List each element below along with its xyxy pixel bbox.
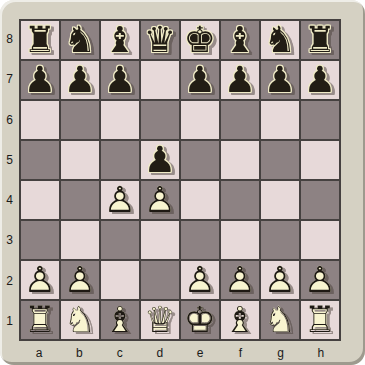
square-c3[interactable] xyxy=(101,221,139,259)
piece-white-rook-a1[interactable]: ♜♖ xyxy=(21,301,59,339)
file-label-f: f xyxy=(220,341,260,365)
rank-label-7: 7 xyxy=(0,59,19,99)
piece-black-rook-h8[interactable]: ♜ xyxy=(301,21,339,59)
square-f4[interactable] xyxy=(221,181,259,219)
rank-label-5: 5 xyxy=(0,140,19,180)
white-piece-outline: ♙ xyxy=(141,181,179,219)
white-piece-outline: ♙ xyxy=(21,261,59,299)
square-h5[interactable] xyxy=(301,141,339,179)
piece-black-pawn-h7[interactable]: ♟ xyxy=(301,61,339,99)
square-a5[interactable] xyxy=(21,141,59,179)
square-g8[interactable]: ♞ xyxy=(261,21,299,59)
piece-black-pawn-g7[interactable]: ♟ xyxy=(261,61,299,99)
square-g4[interactable] xyxy=(261,181,299,219)
square-c7[interactable]: ♟ xyxy=(101,61,139,99)
square-f2[interactable]: ♟♙ xyxy=(221,261,259,299)
piece-white-pawn-a2[interactable]: ♟♙ xyxy=(21,261,59,299)
square-d5[interactable]: ♟ xyxy=(141,141,179,179)
white-piece-outline: ♔ xyxy=(181,301,219,339)
file-label-b: b xyxy=(59,341,99,365)
white-piece-outline: ♗ xyxy=(221,301,259,339)
file-label-c: c xyxy=(100,341,140,365)
square-e2[interactable]: ♟♙ xyxy=(181,261,219,299)
square-h3[interactable] xyxy=(301,221,339,259)
square-d6[interactable] xyxy=(141,101,179,139)
square-d3[interactable] xyxy=(141,221,179,259)
square-d8[interactable]: ♛ xyxy=(141,21,179,59)
file-label-e: e xyxy=(180,341,220,365)
square-h8[interactable]: ♜ xyxy=(301,21,339,59)
square-a4[interactable] xyxy=(21,181,59,219)
white-piece-outline: ♙ xyxy=(221,261,259,299)
square-e7[interactable]: ♟ xyxy=(181,61,219,99)
piece-black-pawn-e7[interactable]: ♟ xyxy=(181,61,219,99)
piece-white-knight-b1[interactable]: ♞♘ xyxy=(61,301,99,339)
rank-label-2: 2 xyxy=(0,261,19,301)
square-g7[interactable]: ♟ xyxy=(261,61,299,99)
square-c8[interactable]: ♝ xyxy=(101,21,139,59)
square-g3[interactable] xyxy=(261,221,299,259)
square-d7[interactable] xyxy=(141,61,179,99)
piece-white-pawn-f2[interactable]: ♟♙ xyxy=(221,261,259,299)
white-piece-outline: ♘ xyxy=(61,301,99,339)
chess-board[interactable]: ♜♞♝♛♚♝♞♜♟♟♟♟♟♟♟♟♟♙♟♙♟♙♟♙♟♙♟♙♟♙♟♙♜♖♞♘♝♗♛♕… xyxy=(19,19,341,341)
square-b7[interactable]: ♟ xyxy=(61,61,99,99)
square-e1[interactable]: ♚♔ xyxy=(181,301,219,339)
file-label-d: d xyxy=(140,341,180,365)
piece-white-pawn-e2[interactable]: ♟♙ xyxy=(181,261,219,299)
square-c6[interactable] xyxy=(101,101,139,139)
square-f6[interactable] xyxy=(221,101,259,139)
piece-black-pawn-b7[interactable]: ♟ xyxy=(61,61,99,99)
piece-black-pawn-c7[interactable]: ♟ xyxy=(101,61,139,99)
rank-label-8: 8 xyxy=(0,19,19,59)
square-h7[interactable]: ♟ xyxy=(301,61,339,99)
square-a1[interactable]: ♜♖ xyxy=(21,301,59,339)
piece-white-queen-d1[interactable]: ♛♕ xyxy=(141,301,179,339)
square-f5[interactable] xyxy=(221,141,259,179)
piece-black-king-e8[interactable]: ♚ xyxy=(181,21,219,59)
square-b2[interactable]: ♟♙ xyxy=(61,261,99,299)
piece-white-king-e1[interactable]: ♚♔ xyxy=(181,301,219,339)
piece-black-rook-a8[interactable]: ♜ xyxy=(21,21,59,59)
square-a8[interactable]: ♜ xyxy=(21,21,59,59)
square-c1[interactable]: ♝♗ xyxy=(101,301,139,339)
white-piece-outline: ♕ xyxy=(141,301,179,339)
rank-label-3: 3 xyxy=(0,220,19,260)
rank-label-4: 4 xyxy=(0,180,19,220)
square-e3[interactable] xyxy=(181,221,219,259)
piece-black-pawn-d5[interactable]: ♟ xyxy=(141,141,179,179)
piece-black-pawn-a7[interactable]: ♟ xyxy=(21,61,59,99)
square-h4[interactable] xyxy=(301,181,339,219)
white-piece-outline: ♖ xyxy=(301,301,339,339)
square-g6[interactable] xyxy=(261,101,299,139)
square-b4[interactable] xyxy=(61,181,99,219)
square-b3[interactable] xyxy=(61,221,99,259)
white-piece-outline: ♙ xyxy=(261,261,299,299)
square-e6[interactable] xyxy=(181,101,219,139)
piece-black-bishop-c8[interactable]: ♝ xyxy=(101,21,139,59)
square-b6[interactable] xyxy=(61,101,99,139)
square-d2[interactable] xyxy=(141,261,179,299)
square-a7[interactable]: ♟ xyxy=(21,61,59,99)
square-f7[interactable]: ♟ xyxy=(221,61,259,99)
square-f1[interactable]: ♝♗ xyxy=(221,301,259,339)
square-b1[interactable]: ♞♘ xyxy=(61,301,99,339)
white-piece-outline: ♙ xyxy=(301,261,339,299)
rank-label-1: 1 xyxy=(0,301,19,341)
square-h2[interactable]: ♟♙ xyxy=(301,261,339,299)
piece-white-pawn-b2[interactable]: ♟♙ xyxy=(61,261,99,299)
square-d4[interactable]: ♟♙ xyxy=(141,181,179,219)
white-piece-outline: ♙ xyxy=(181,261,219,299)
piece-white-pawn-d4[interactable]: ♟♙ xyxy=(141,181,179,219)
piece-black-knight-b8[interactable]: ♞ xyxy=(61,21,99,59)
square-d1[interactable]: ♛♕ xyxy=(141,301,179,339)
square-c5[interactable] xyxy=(101,141,139,179)
white-piece-outline: ♘ xyxy=(261,301,299,339)
file-label-a: a xyxy=(19,341,59,365)
white-piece-outline: ♙ xyxy=(101,181,139,219)
piece-black-queen-d8[interactable]: ♛ xyxy=(141,21,179,59)
rank-labels: 87654321 xyxy=(0,19,19,341)
square-a3[interactable] xyxy=(21,221,59,259)
file-labels: abcdefgh xyxy=(19,341,341,365)
square-f8[interactable]: ♝ xyxy=(221,21,259,59)
white-piece-outline: ♗ xyxy=(101,301,139,339)
square-e4[interactable] xyxy=(181,181,219,219)
piece-white-bishop-c1[interactable]: ♝♗ xyxy=(101,301,139,339)
piece-white-knight-g1[interactable]: ♞♘ xyxy=(261,301,299,339)
piece-white-pawn-h2[interactable]: ♟♙ xyxy=(301,261,339,299)
rank-label-6: 6 xyxy=(0,100,19,140)
file-label-g: g xyxy=(261,341,301,365)
piece-black-bishop-f8[interactable]: ♝ xyxy=(221,21,259,59)
piece-black-knight-g8[interactable]: ♞ xyxy=(261,21,299,59)
piece-white-pawn-c4[interactable]: ♟♙ xyxy=(101,181,139,219)
white-piece-outline: ♙ xyxy=(61,261,99,299)
square-g2[interactable]: ♟♙ xyxy=(261,261,299,299)
square-a2[interactable]: ♟♙ xyxy=(21,261,59,299)
file-label-h: h xyxy=(301,341,341,365)
square-b5[interactable] xyxy=(61,141,99,179)
piece-white-bishop-f1[interactable]: ♝♗ xyxy=(221,301,259,339)
square-c4[interactable]: ♟♙ xyxy=(101,181,139,219)
piece-white-rook-h1[interactable]: ♜♖ xyxy=(301,301,339,339)
square-a6[interactable] xyxy=(21,101,59,139)
piece-black-pawn-f7[interactable]: ♟ xyxy=(221,61,259,99)
square-h6[interactable] xyxy=(301,101,339,139)
square-g5[interactable] xyxy=(261,141,299,179)
white-piece-outline: ♖ xyxy=(21,301,59,339)
square-h1[interactable]: ♜♖ xyxy=(301,301,339,339)
square-c2[interactable] xyxy=(101,261,139,299)
square-e8[interactable]: ♚ xyxy=(181,21,219,59)
chess-board-panel: 87654321 ♜♞♝♛♚♝♞♜♟♟♟♟♟♟♟♟♟♙♟♙♟♙♟♙♟♙♟♙♟♙♟… xyxy=(0,0,365,365)
square-b8[interactable]: ♞ xyxy=(61,21,99,59)
piece-white-pawn-g2[interactable]: ♟♙ xyxy=(261,261,299,299)
square-f3[interactable] xyxy=(221,221,259,259)
square-e5[interactable] xyxy=(181,141,219,179)
square-g1[interactable]: ♞♘ xyxy=(261,301,299,339)
